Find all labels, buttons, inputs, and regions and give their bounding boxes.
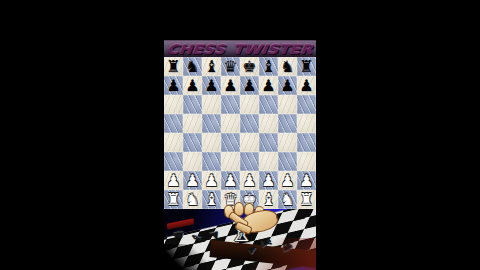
square-a3[interactable] — [164, 152, 183, 171]
black-pawn[interactable]: ♟ — [223, 76, 237, 95]
square-f2[interactable]: ♟ — [259, 171, 278, 190]
black-king[interactable]: ♚ — [242, 57, 256, 76]
square-g6[interactable] — [278, 95, 297, 114]
square-e2[interactable]: ♟ — [240, 171, 259, 190]
white-knight[interactable]: ♞ — [185, 190, 199, 209]
black-knight[interactable]: ♞ — [185, 57, 199, 76]
square-a1[interactable]: ♜ — [164, 190, 183, 209]
white-pawn[interactable]: ♟ — [299, 171, 313, 190]
square-e7[interactable]: ♟ — [240, 76, 259, 95]
square-c7[interactable]: ♟ — [202, 76, 221, 95]
square-e8[interactable]: ♚ — [240, 57, 259, 76]
square-g4[interactable] — [278, 133, 297, 152]
square-d5[interactable] — [221, 114, 240, 133]
white-rook[interactable]: ♜ — [299, 190, 313, 209]
square-f6[interactable] — [259, 95, 278, 114]
square-b2[interactable]: ♟ — [183, 171, 202, 190]
square-c1[interactable]: ♝ — [202, 190, 221, 209]
square-d4[interactable] — [221, 133, 240, 152]
square-g2[interactable]: ♟ — [278, 171, 297, 190]
black-queen[interactable]: ♛ — [223, 57, 237, 76]
square-d7[interactable]: ♟ — [221, 76, 240, 95]
square-d6[interactable] — [221, 95, 240, 114]
black-rook[interactable]: ♜ — [299, 57, 313, 76]
square-b4[interactable] — [183, 133, 202, 152]
square-b6[interactable] — [183, 95, 202, 114]
fallen-pawn-icon: ♟ — [207, 229, 221, 240]
chess-board[interactable]: ♜♞♝♛♚♝♞♜♟♟♟♟♟♟♟♟♟♟♟♟♟♟♟♟♜♞♝♛♚♝♞♜ — [164, 57, 316, 209]
game-title: CHESS TWISTER — [166, 42, 313, 57]
square-h6[interactable] — [297, 95, 316, 114]
square-c8[interactable]: ♝ — [202, 57, 221, 76]
square-a5[interactable] — [164, 114, 183, 133]
black-pawn[interactable]: ♟ — [261, 76, 275, 95]
square-h5[interactable] — [297, 114, 316, 133]
black-bishop[interactable]: ♝ — [204, 57, 218, 76]
square-b3[interactable] — [183, 152, 202, 171]
square-d8[interactable]: ♛ — [221, 57, 240, 76]
square-b5[interactable] — [183, 114, 202, 133]
black-pawn[interactable]: ♟ — [299, 76, 313, 95]
black-pawn[interactable]: ♟ — [204, 76, 218, 95]
white-pawn[interactable]: ♟ — [204, 171, 218, 190]
white-pawn[interactable]: ♟ — [223, 171, 237, 190]
square-e5[interactable] — [240, 114, 259, 133]
square-f8[interactable]: ♝ — [259, 57, 278, 76]
square-a2[interactable]: ♟ — [164, 171, 183, 190]
square-h3[interactable] — [297, 152, 316, 171]
square-g3[interactable] — [278, 152, 297, 171]
square-c2[interactable]: ♟ — [202, 171, 221, 190]
square-e3[interactable] — [240, 152, 259, 171]
square-e6[interactable] — [240, 95, 259, 114]
square-g8[interactable]: ♞ — [278, 57, 297, 76]
black-pawn[interactable]: ♟ — [242, 76, 256, 95]
square-b1[interactable]: ♞ — [183, 190, 202, 209]
square-d2[interactable]: ♟ — [221, 171, 240, 190]
square-h2[interactable]: ♟ — [297, 171, 316, 190]
black-rook[interactable]: ♜ — [166, 57, 180, 76]
square-a6[interactable] — [164, 95, 183, 114]
white-pawn[interactable]: ♟ — [185, 171, 199, 190]
square-h1[interactable]: ♜ — [297, 190, 316, 209]
black-pawn[interactable]: ♟ — [166, 76, 180, 95]
white-pawn[interactable]: ♟ — [261, 171, 275, 190]
title-banner: CHESS TWISTER — [164, 40, 316, 57]
square-c3[interactable] — [202, 152, 221, 171]
square-b8[interactable]: ♞ — [183, 57, 202, 76]
square-f7[interactable]: ♟ — [259, 76, 278, 95]
black-bishop[interactable]: ♝ — [261, 57, 275, 76]
white-bishop[interactable]: ♝ — [204, 190, 218, 209]
square-a7[interactable]: ♟ — [164, 76, 183, 95]
square-a8[interactable]: ♜ — [164, 57, 183, 76]
app-screen: CHESS TWISTER ♜♞♝♛♚♝♞♜♟♟♟♟♟♟♟♟♟♟♟♟♟♟♟♟♜♞… — [0, 0, 480, 270]
square-f4[interactable] — [259, 133, 278, 152]
square-e4[interactable] — [240, 133, 259, 152]
white-pawn[interactable]: ♟ — [166, 171, 180, 190]
hand-art: ♗ — [222, 202, 286, 254]
black-pawn[interactable]: ♟ — [280, 76, 294, 95]
square-h8[interactable]: ♜ — [297, 57, 316, 76]
square-h7[interactable]: ♟ — [297, 76, 316, 95]
square-g7[interactable]: ♟ — [278, 76, 297, 95]
black-knight[interactable]: ♞ — [280, 57, 294, 76]
white-pawn[interactable]: ♟ — [242, 171, 256, 190]
square-c4[interactable] — [202, 133, 221, 152]
square-c6[interactable] — [202, 95, 221, 114]
white-rook[interactable]: ♜ — [166, 190, 180, 209]
square-a4[interactable] — [164, 133, 183, 152]
square-h4[interactable] — [297, 133, 316, 152]
square-f3[interactable] — [259, 152, 278, 171]
square-g5[interactable] — [278, 114, 297, 133]
square-d3[interactable] — [221, 152, 240, 171]
black-pawn[interactable]: ♟ — [185, 76, 199, 95]
square-f5[interactable] — [259, 114, 278, 133]
game-stage: CHESS TWISTER ♜♞♝♛♚♝♞♜♟♟♟♟♟♟♟♟♟♟♟♟♟♟♟♟♜♞… — [164, 0, 316, 270]
white-pawn[interactable]: ♟ — [280, 171, 294, 190]
square-c5[interactable] — [202, 114, 221, 133]
square-b7[interactable]: ♟ — [183, 76, 202, 95]
shadow-overlay — [164, 244, 206, 270]
